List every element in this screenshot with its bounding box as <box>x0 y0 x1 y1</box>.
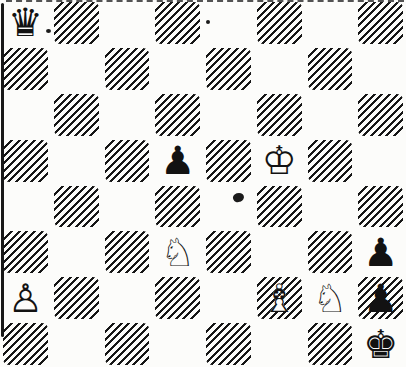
square-h5[interactable] <box>355 138 406 184</box>
black-queen[interactable]: ♛ <box>0 0 51 46</box>
white-bishop-icon: ♗ <box>262 279 297 318</box>
square-d1[interactable] <box>152 321 203 367</box>
black-king-icon: ♚ <box>363 325 398 364</box>
square-e5[interactable] <box>203 138 254 184</box>
square-e8[interactable] <box>203 0 254 46</box>
square-d8[interactable] <box>152 0 203 46</box>
white-knight[interactable]: ♞♘ <box>152 229 203 275</box>
white-knight-icon: ♘ <box>312 279 347 318</box>
black-pawn-icon: ♟ <box>363 233 398 272</box>
square-h3[interactable]: ♟ <box>355 229 406 275</box>
square-a7[interactable] <box>0 46 51 92</box>
square-g2[interactable]: ♞♘ <box>305 275 356 321</box>
square-f2[interactable]: ♝♗ <box>254 275 305 321</box>
square-a1[interactable] <box>0 321 51 367</box>
black-pawn-icon: ♟ <box>363 279 398 318</box>
square-b1[interactable] <box>51 321 102 367</box>
square-e6[interactable] <box>203 92 254 138</box>
black-pawn[interactable]: ♟ <box>355 229 406 275</box>
black-pawn-icon: ♟ <box>160 141 195 180</box>
square-a8[interactable]: ♛ <box>0 0 51 46</box>
white-knight[interactable]: ♞♘ <box>305 275 356 321</box>
square-e4[interactable] <box>203 184 254 230</box>
square-f5[interactable]: ♚♔ <box>254 138 305 184</box>
square-e3[interactable] <box>203 229 254 275</box>
square-a6[interactable] <box>0 92 51 138</box>
square-g8[interactable] <box>305 0 356 46</box>
square-f1[interactable] <box>254 321 305 367</box>
square-g7[interactable] <box>305 46 356 92</box>
square-d6[interactable] <box>152 92 203 138</box>
square-d4[interactable] <box>152 184 203 230</box>
square-f4[interactable] <box>254 184 305 230</box>
square-e2[interactable] <box>203 275 254 321</box>
square-c8[interactable] <box>102 0 153 46</box>
square-g5[interactable] <box>305 138 356 184</box>
square-b3[interactable] <box>51 229 102 275</box>
square-b8[interactable] <box>51 0 102 46</box>
chess-board: ♛♟♚♔♞♘♟♟♙♝♗♞♘♟♚ <box>0 0 406 367</box>
square-b7[interactable] <box>51 46 102 92</box>
ink-speck <box>46 29 51 33</box>
square-a3[interactable] <box>0 229 51 275</box>
square-d3[interactable]: ♞♘ <box>152 229 203 275</box>
black-pawn[interactable]: ♟ <box>355 275 406 321</box>
square-b2[interactable] <box>51 275 102 321</box>
square-h1[interactable]: ♚ <box>355 321 406 367</box>
square-d2[interactable] <box>152 275 203 321</box>
square-g3[interactable] <box>305 229 356 275</box>
white-king[interactable]: ♚♔ <box>254 138 305 184</box>
black-pawn[interactable]: ♟ <box>152 138 203 184</box>
square-c5[interactable] <box>102 138 153 184</box>
square-b6[interactable] <box>51 92 102 138</box>
square-f6[interactable] <box>254 92 305 138</box>
white-bishop[interactable]: ♝♗ <box>254 275 305 321</box>
square-f7[interactable] <box>254 46 305 92</box>
square-h4[interactable] <box>355 184 406 230</box>
square-f3[interactable] <box>254 229 305 275</box>
square-g6[interactable] <box>305 92 356 138</box>
square-d7[interactable] <box>152 46 203 92</box>
ink-speck <box>206 20 210 24</box>
black-queen-icon: ♛ <box>8 3 43 42</box>
square-c4[interactable] <box>102 184 153 230</box>
square-c7[interactable] <box>102 46 153 92</box>
square-a4[interactable] <box>0 184 51 230</box>
square-c2[interactable] <box>102 275 153 321</box>
black-king[interactable]: ♚ <box>355 321 406 367</box>
square-c6[interactable] <box>102 92 153 138</box>
square-h7[interactable] <box>355 46 406 92</box>
square-e1[interactable] <box>203 321 254 367</box>
board-edge-left <box>1 3 4 337</box>
square-c3[interactable] <box>102 229 153 275</box>
board-edge-top <box>6 0 404 2</box>
square-h8[interactable] <box>355 0 406 46</box>
square-g1[interactable] <box>305 321 356 367</box>
square-b5[interactable] <box>51 138 102 184</box>
chess-diagram: ♛♟♚♔♞♘♟♟♙♝♗♞♘♟♚ <box>0 0 406 367</box>
white-king-icon: ♔ <box>262 141 297 180</box>
square-f8[interactable] <box>254 0 305 46</box>
white-pawn-icon: ♙ <box>8 279 43 318</box>
square-d5[interactable]: ♟ <box>152 138 203 184</box>
square-h2[interactable]: ♟ <box>355 275 406 321</box>
square-a2[interactable]: ♟♙ <box>0 275 51 321</box>
square-g4[interactable] <box>305 184 356 230</box>
square-e7[interactable] <box>203 46 254 92</box>
white-knight-icon: ♘ <box>160 233 195 272</box>
square-b4[interactable] <box>51 184 102 230</box>
white-pawn[interactable]: ♟♙ <box>0 275 51 321</box>
square-a5[interactable] <box>0 138 51 184</box>
square-c1[interactable] <box>102 321 153 367</box>
square-h6[interactable] <box>355 92 406 138</box>
